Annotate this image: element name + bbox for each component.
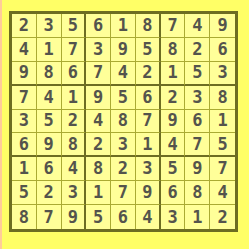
cell-r3c2[interactable]: 8	[37, 62, 62, 86]
cell-r9c4[interactable]: 5	[86, 205, 111, 229]
cell-r2c1[interactable]: 4	[12, 38, 37, 62]
digit: 5	[192, 64, 202, 81]
digit: 6	[19, 136, 29, 153]
cell-r5c3[interactable]: 2	[62, 110, 87, 134]
cell-r2c4[interactable]: 3	[86, 38, 111, 62]
digit: 4	[118, 64, 128, 81]
digit: 9	[93, 89, 103, 106]
digit: 2	[93, 136, 103, 153]
cell-r6c9[interactable]: 5	[210, 133, 235, 157]
cell-r4c7[interactable]: 2	[161, 86, 186, 110]
digit: 8	[217, 89, 227, 106]
digit: 1	[19, 160, 29, 177]
digit: 6	[68, 64, 78, 81]
digit: 8	[19, 209, 29, 226]
digit: 6	[93, 17, 103, 34]
digit: 4	[167, 136, 177, 153]
digit: 9	[118, 41, 128, 58]
digit: 6	[217, 41, 227, 58]
digit: 1	[118, 17, 128, 34]
cell-r5c4[interactable]: 4	[86, 110, 111, 134]
cell-r5c7[interactable]: 9	[161, 110, 186, 134]
cell-r7c2[interactable]: 6	[37, 157, 62, 181]
cell-r9c6[interactable]: 4	[136, 205, 161, 229]
cell-r3c7[interactable]: 1	[161, 62, 186, 86]
digit: 5	[68, 17, 78, 34]
cell-r4c1[interactable]: 7	[12, 86, 37, 110]
cell-r4c9[interactable]: 8	[210, 86, 235, 110]
digit: 8	[167, 41, 177, 58]
digit: 6	[142, 89, 152, 106]
digit: 2	[68, 112, 78, 129]
cell-r3c9[interactable]: 3	[210, 62, 235, 86]
cell-r1c8[interactable]: 4	[185, 14, 210, 38]
cell-r2c6[interactable]: 5	[136, 38, 161, 62]
digit: 1	[217, 112, 227, 129]
cell-r2c7[interactable]: 8	[161, 38, 186, 62]
digit: 7	[118, 184, 128, 201]
cell-r3c4[interactable]: 7	[86, 62, 111, 86]
cell-r7c4[interactable]: 8	[86, 157, 111, 181]
cell-r2c9[interactable]: 6	[210, 38, 235, 62]
digit: 7	[167, 17, 177, 34]
cell-r4c6[interactable]: 6	[136, 86, 161, 110]
digit: 4	[217, 184, 227, 201]
cell-r7c7[interactable]: 5	[161, 157, 186, 181]
cell-r6c4[interactable]: 2	[86, 133, 111, 157]
digit: 7	[44, 209, 54, 226]
digit: 8	[44, 64, 54, 81]
cell-r8c8[interactable]: 8	[185, 181, 210, 205]
digit: 1	[93, 184, 103, 201]
cell-r3c1[interactable]: 9	[12, 62, 37, 86]
digit: 1	[68, 89, 78, 106]
digit: 9	[217, 17, 227, 34]
digit: 5	[167, 160, 177, 177]
digit: 4	[68, 160, 78, 177]
digit: 4	[44, 89, 54, 106]
digit: 1	[44, 41, 54, 58]
digit: 7	[142, 112, 152, 129]
cell-r6c3[interactable]: 8	[62, 133, 87, 157]
digit: 3	[19, 112, 29, 129]
cell-r8c7[interactable]: 6	[161, 181, 186, 205]
cell-r8c9[interactable]: 4	[210, 181, 235, 205]
cell-r5c5[interactable]: 8	[111, 110, 136, 134]
digit: 2	[19, 17, 29, 34]
digit: 3	[44, 17, 54, 34]
cell-r7c5[interactable]: 2	[111, 157, 136, 181]
cell-r1c2[interactable]: 3	[37, 14, 62, 38]
cell-r1c5[interactable]: 1	[111, 14, 136, 38]
cell-r4c8[interactable]: 3	[185, 86, 210, 110]
digit: 7	[217, 160, 227, 177]
digit: 6	[118, 209, 128, 226]
digit: 9	[44, 136, 54, 153]
digit: 3	[192, 89, 202, 106]
cell-r6c6[interactable]: 1	[136, 133, 161, 157]
digit: 2	[192, 41, 202, 58]
cell-r3c8[interactable]: 5	[185, 62, 210, 86]
digit: 6	[167, 184, 177, 201]
digit: 9	[142, 184, 152, 201]
digit: 6	[192, 112, 202, 129]
digit: 9	[167, 112, 177, 129]
cell-r5c9[interactable]: 1	[210, 110, 235, 134]
digit: 5	[217, 136, 227, 153]
digit: 2	[118, 160, 128, 177]
cell-r1c3[interactable]: 5	[62, 14, 87, 38]
cell-r1c9[interactable]: 9	[210, 14, 235, 38]
digit: 9	[19, 64, 29, 81]
cell-r3c6[interactable]: 2	[136, 62, 161, 86]
cell-r7c3[interactable]: 4	[62, 157, 87, 181]
cell-r9c1[interactable]: 8	[12, 205, 37, 229]
cell-r1c1[interactable]: 2	[12, 14, 37, 38]
digit: 3	[93, 41, 103, 58]
digit: 1	[142, 136, 152, 153]
digit: 8	[142, 17, 152, 34]
digit: 7	[192, 136, 202, 153]
cell-r9c8[interactable]: 1	[185, 205, 210, 229]
cell-r9c9[interactable]: 2	[210, 205, 235, 229]
digit: 1	[167, 64, 177, 81]
cell-r5c8[interactable]: 6	[185, 110, 210, 134]
cell-r4c3[interactable]: 1	[62, 86, 87, 110]
cell-r2c3[interactable]: 7	[62, 38, 87, 62]
cell-r3c3[interactable]: 6	[62, 62, 87, 86]
digit: 7	[19, 89, 29, 106]
cell-r2c8[interactable]: 2	[185, 38, 210, 62]
cell-r1c7[interactable]: 7	[161, 14, 186, 38]
cell-r8c5[interactable]: 7	[111, 181, 136, 205]
sudoku-board: 2356187494173958269867421537419562383524…	[9, 11, 238, 232]
cell-r9c5[interactable]: 6	[111, 205, 136, 229]
cell-r5c6[interactable]: 7	[136, 110, 161, 134]
cell-r6c2[interactable]: 9	[37, 133, 62, 157]
cell-r7c8[interactable]: 9	[185, 157, 210, 181]
cell-r9c7[interactable]: 3	[161, 205, 186, 229]
digit: 3	[68, 184, 78, 201]
cell-r4c5[interactable]: 5	[111, 86, 136, 110]
cell-r1c4[interactable]: 6	[86, 14, 111, 38]
digit: 3	[142, 160, 152, 177]
cell-r7c1[interactable]: 1	[12, 157, 37, 181]
digit: 5	[93, 209, 103, 226]
digit: 8	[93, 160, 103, 177]
cell-r6c1[interactable]: 6	[12, 133, 37, 157]
cell-r7c6[interactable]: 3	[136, 157, 161, 181]
digit: 1	[192, 209, 202, 226]
digit: 9	[192, 160, 202, 177]
cell-r4c4[interactable]: 9	[86, 86, 111, 110]
cell-r4c2[interactable]: 4	[37, 86, 62, 110]
cell-r8c3[interactable]: 3	[62, 181, 87, 205]
digit: 3	[217, 64, 227, 81]
digit: 9	[68, 209, 78, 226]
digit: 5	[19, 184, 29, 201]
cell-r8c2[interactable]: 2	[37, 181, 62, 205]
cell-r1c6[interactable]: 8	[136, 14, 161, 38]
cell-r5c1[interactable]: 3	[12, 110, 37, 134]
cell-r8c4[interactable]: 1	[86, 181, 111, 205]
cell-r8c1[interactable]: 5	[12, 181, 37, 205]
cell-r5c2[interactable]: 5	[37, 110, 62, 134]
cell-r6c5[interactable]: 3	[111, 133, 136, 157]
cell-r2c2[interactable]: 1	[37, 38, 62, 62]
digit: 5	[44, 112, 54, 129]
digit: 7	[68, 41, 78, 58]
digit: 3	[167, 209, 177, 226]
digit: 2	[217, 209, 227, 226]
digit: 4	[192, 17, 202, 34]
digit: 7	[93, 64, 103, 81]
digit: 3	[118, 136, 128, 153]
digit: 4	[19, 41, 29, 58]
digit: 8	[192, 184, 202, 201]
digit: 4	[142, 209, 152, 226]
digit: 8	[118, 112, 128, 129]
digit: 2	[142, 64, 152, 81]
digit: 6	[44, 160, 54, 177]
cell-r6c8[interactable]: 7	[185, 133, 210, 157]
cell-r9c3[interactable]: 9	[62, 205, 87, 229]
digit: 2	[167, 89, 177, 106]
cell-r3c5[interactable]: 4	[111, 62, 136, 86]
digit: 5	[118, 89, 128, 106]
digit: 2	[44, 184, 54, 201]
cell-r8c6[interactable]: 9	[136, 181, 161, 205]
digit: 5	[142, 41, 152, 58]
cell-r7c9[interactable]: 7	[210, 157, 235, 181]
digit: 4	[93, 112, 103, 129]
cell-r6c7[interactable]: 4	[161, 133, 186, 157]
left-edge-artifact	[0, 0, 2, 249]
digit: 8	[68, 136, 78, 153]
cell-r2c5[interactable]: 9	[111, 38, 136, 62]
cell-r9c2[interactable]: 7	[37, 205, 62, 229]
